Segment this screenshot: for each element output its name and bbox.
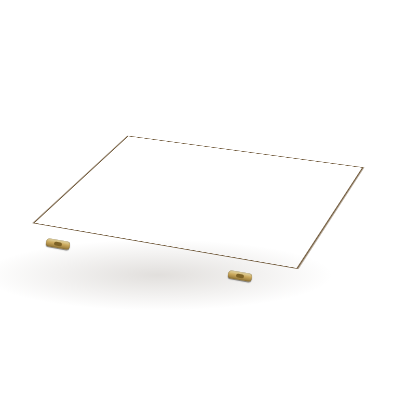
photo-canvas: [0, 0, 400, 400]
pieces-layer: [0, 0, 400, 400]
